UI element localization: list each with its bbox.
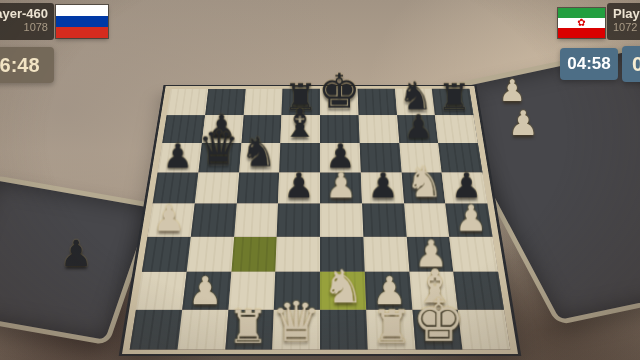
piece-white-knight-g5[interactable]: ♞ <box>406 161 444 203</box>
piece-black-knight-c6[interactable]: ♞ <box>241 131 278 172</box>
clock-right: 04:58 <box>560 48 618 80</box>
piece-white-pawn-b2[interactable]: ♟ <box>188 271 223 310</box>
piece-black-queen-b6[interactable]: ♛ <box>197 125 239 172</box>
square-d5[interactable]: ♟ <box>278 172 320 203</box>
square-c1[interactable]: ♜ <box>225 309 274 349</box>
piece-white-pawn-e5[interactable]: ♟ <box>325 168 356 203</box>
piece-black-king-e8[interactable]: ♚ <box>318 67 361 114</box>
clock-right-move: 0 <box>622 46 640 82</box>
square-d7[interactable]: ♝ <box>281 115 320 143</box>
piece-white-king-g1[interactable]: ♚ <box>413 291 466 350</box>
square-h3[interactable] <box>449 237 498 272</box>
square-c8[interactable] <box>243 89 282 115</box>
square-h8[interactable]: ♜ <box>432 89 473 115</box>
square-g1[interactable]: ♚ <box>412 309 463 349</box>
square-f4[interactable] <box>362 203 406 236</box>
square-b1[interactable] <box>177 309 228 349</box>
player-rating-left: 1078 <box>0 21 48 34</box>
square-b4[interactable] <box>191 203 237 236</box>
piece-black-pawn-f5[interactable]: ♟ <box>367 168 398 203</box>
square-a8[interactable] <box>167 89 208 115</box>
square-a3[interactable] <box>142 237 191 272</box>
square-d1[interactable]: ♛ <box>272 309 320 349</box>
player-name-left: Player-460 <box>0 6 48 21</box>
square-g5[interactable]: ♞ <box>401 172 445 203</box>
board-scene: ♜♚♞♜♟♝♟♟♛♞♟♟♟♟♞♟♟♟♟♟♞♟♝♜♛♜♚ <box>122 46 518 352</box>
square-d3[interactable] <box>275 237 320 272</box>
piece-white-pawn-a4[interactable]: ♟ <box>153 200 185 236</box>
iran-emblem-icon: ✿ <box>577 18 585 28</box>
square-e8[interactable]: ♚ <box>320 89 358 115</box>
square-a6[interactable]: ♟ <box>158 143 202 172</box>
square-d4[interactable] <box>277 203 320 236</box>
square-e5[interactable]: ♟ <box>320 172 362 203</box>
piece-white-knight-e2[interactable]: ♞ <box>322 263 364 309</box>
player-panel-right: Player- 1072 <box>607 3 640 40</box>
player-rating-right: 1072 <box>613 21 640 34</box>
square-f8[interactable] <box>357 89 396 115</box>
player-panel-left: Player-460 1078 <box>0 3 54 40</box>
square-h7[interactable] <box>435 115 478 143</box>
square-b6[interactable]: ♛ <box>198 143 241 172</box>
piece-black-pawn-d5[interactable]: ♟ <box>283 168 314 203</box>
piece-black-pawn-a6[interactable]: ♟ <box>162 138 193 172</box>
square-a1[interactable] <box>130 309 182 349</box>
square-e1[interactable] <box>320 309 368 349</box>
clock-left: 06:48 <box>0 47 54 83</box>
square-b2[interactable]: ♟ <box>182 272 231 310</box>
square-f5[interactable]: ♟ <box>361 172 404 203</box>
piece-black-rook-h8[interactable]: ♜ <box>438 78 471 115</box>
player-card-right: ✿ Player- 1072 <box>558 3 640 40</box>
piece-black-pawn-g7[interactable]: ♟ <box>404 110 434 143</box>
piece-white-rook-c1[interactable]: ♜ <box>228 304 269 350</box>
flag-iran-icon: ✿ <box>558 8 605 38</box>
square-f3[interactable] <box>363 237 409 272</box>
piece-white-queen-d1[interactable]: ♛ <box>272 295 321 350</box>
chess-board: ♜♚♞♜♟♝♟♟♛♞♟♟♟♟♞♟♟♟♟♟♞♟♝♜♛♜♚ <box>122 86 518 354</box>
square-b3[interactable] <box>186 237 233 272</box>
captured-white-pawn: ♟ <box>499 76 526 106</box>
square-c5[interactable] <box>236 172 279 203</box>
piece-white-pawn-h4[interactable]: ♟ <box>455 200 487 236</box>
square-h4[interactable]: ♟ <box>445 203 492 236</box>
square-g7[interactable]: ♟ <box>397 115 439 143</box>
square-e2[interactable]: ♞ <box>320 272 366 310</box>
square-b5[interactable] <box>195 172 239 203</box>
square-c6[interactable]: ♞ <box>239 143 281 172</box>
player-name-right: Player- <box>613 6 640 21</box>
square-c4[interactable] <box>234 203 278 236</box>
square-a4[interactable]: ♟ <box>147 203 194 236</box>
flag-russia-icon <box>56 5 108 38</box>
square-e4[interactable] <box>320 203 363 236</box>
square-c3[interactable] <box>231 237 277 272</box>
square-f1[interactable]: ♜ <box>366 309 415 349</box>
piece-black-bishop-d7[interactable]: ♝ <box>282 103 318 143</box>
piece-white-rook-f1[interactable]: ♜ <box>371 304 412 350</box>
player-card-left: Player-460 1078 <box>0 3 108 40</box>
square-a2[interactable] <box>136 272 186 310</box>
square-h1[interactable] <box>458 309 510 349</box>
square-f7[interactable] <box>358 115 399 143</box>
captured-black-pawn: ♟ <box>60 236 92 272</box>
captured-white-pawn: ♟ <box>508 106 538 140</box>
